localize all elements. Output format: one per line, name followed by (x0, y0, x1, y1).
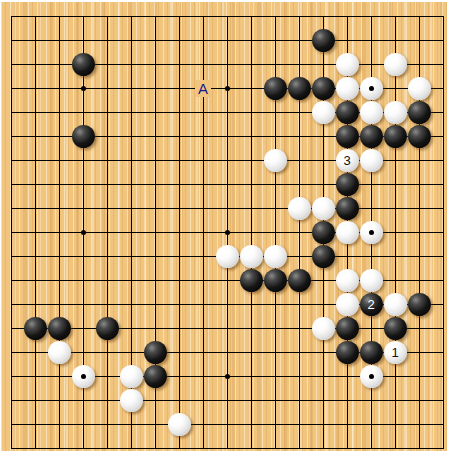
board-point[interactable] (311, 28, 335, 52)
star-point (225, 374, 230, 379)
star-point (81, 374, 86, 379)
white-stone[interactable] (336, 221, 359, 244)
board-point[interactable] (311, 220, 335, 244)
white-stone[interactable] (360, 149, 383, 172)
black-stone[interactable] (336, 197, 359, 220)
board-point[interactable] (239, 268, 263, 292)
board-point[interactable] (383, 292, 407, 316)
board-point[interactable] (143, 364, 167, 388)
white-stone[interactable] (312, 197, 335, 220)
white-stone[interactable] (384, 293, 407, 316)
board-point[interactable] (287, 268, 311, 292)
white-stone[interactable] (288, 197, 311, 220)
board-point[interactable] (407, 76, 431, 100)
black-stone[interactable] (264, 77, 287, 100)
board-point[interactable] (335, 124, 359, 148)
black-stone[interactable] (384, 317, 407, 340)
star-point (369, 230, 374, 235)
black-stone[interactable] (144, 365, 167, 388)
black-stone[interactable] (264, 269, 287, 292)
board-point[interactable] (383, 100, 407, 124)
board-point[interactable] (311, 316, 335, 340)
board-point[interactable] (263, 148, 287, 172)
white-stone[interactable] (360, 101, 383, 124)
board-point[interactable]: 1 (383, 340, 407, 364)
white-stone[interactable] (48, 341, 71, 364)
go-app-page: 321A (0, 0, 455, 459)
move-number-label: 2 (367, 298, 374, 311)
white-stone[interactable] (336, 293, 359, 316)
board-point[interactable] (335, 76, 359, 100)
white-stone[interactable]: 3 (336, 149, 359, 172)
white-stone[interactable] (240, 245, 263, 268)
board-point[interactable] (47, 316, 71, 340)
board-point[interactable] (263, 268, 287, 292)
board-point[interactable] (359, 340, 383, 364)
board-point[interactable] (335, 220, 359, 244)
board-point[interactable] (287, 76, 311, 100)
black-stone[interactable] (384, 125, 407, 148)
point-label-A: A (195, 80, 211, 97)
board-point[interactable] (311, 244, 335, 268)
white-stone[interactable] (384, 53, 407, 76)
board-point[interactable] (359, 268, 383, 292)
black-stone[interactable]: 2 (360, 293, 383, 316)
black-stone[interactable] (312, 221, 335, 244)
black-stone[interactable] (312, 29, 335, 52)
white-stone[interactable] (264, 149, 287, 172)
board-point[interactable]: 2 (359, 292, 383, 316)
board-point[interactable] (167, 412, 191, 436)
board-point[interactable] (335, 196, 359, 220)
board-point[interactable] (335, 340, 359, 364)
black-stone[interactable] (336, 317, 359, 340)
board-point[interactable] (407, 124, 431, 148)
board-point[interactable] (407, 100, 431, 124)
star-point (369, 86, 374, 91)
black-stone[interactable] (48, 317, 71, 340)
white-stone[interactable] (360, 269, 383, 292)
black-stone[interactable] (360, 125, 383, 148)
white-stone[interactable] (312, 317, 335, 340)
board-point[interactable] (335, 172, 359, 196)
black-stone[interactable] (24, 317, 47, 340)
board-point[interactable] (359, 100, 383, 124)
black-stone[interactable] (72, 53, 95, 76)
board-point[interactable] (95, 316, 119, 340)
white-stone[interactable] (408, 77, 431, 100)
move-number-label: 3 (343, 154, 350, 167)
board-point[interactable]: A (191, 76, 215, 100)
black-stone[interactable] (408, 125, 431, 148)
white-stone[interactable]: 1 (384, 341, 407, 364)
board-point[interactable] (47, 340, 71, 364)
white-stone[interactable] (336, 77, 359, 100)
board-point[interactable] (335, 100, 359, 124)
black-stone[interactable] (288, 269, 311, 292)
black-stone[interactable] (408, 101, 431, 124)
black-stone[interactable] (288, 77, 311, 100)
go-board[interactable]: 321A (1, 2, 447, 451)
board-point[interactable] (407, 292, 431, 316)
white-stone[interactable] (312, 101, 335, 124)
board-point[interactable] (383, 124, 407, 148)
board-point[interactable] (263, 244, 287, 268)
board-point[interactable] (335, 52, 359, 76)
move-number-label: 1 (391, 346, 398, 359)
board-point[interactable] (359, 124, 383, 148)
black-stone[interactable] (336, 101, 359, 124)
white-stone[interactable] (384, 101, 407, 124)
board-point[interactable] (239, 244, 263, 268)
board-point[interactable] (335, 268, 359, 292)
board-point[interactable] (215, 244, 239, 268)
star-point (225, 86, 230, 91)
black-stone[interactable] (336, 341, 359, 364)
board-point[interactable] (71, 52, 95, 76)
white-stone[interactable] (336, 269, 359, 292)
board-point[interactable] (311, 100, 335, 124)
black-stone[interactable] (336, 125, 359, 148)
black-stone[interactable] (96, 317, 119, 340)
star-point (81, 86, 86, 91)
white-stone[interactable] (264, 245, 287, 268)
board-point[interactable] (119, 364, 143, 388)
black-stone[interactable] (408, 293, 431, 316)
white-stone[interactable] (336, 53, 359, 76)
board-point[interactable] (311, 76, 335, 100)
star-point (369, 374, 374, 379)
black-stone[interactable] (72, 125, 95, 148)
board-point[interactable]: 3 (335, 148, 359, 172)
board-point[interactable] (71, 124, 95, 148)
star-point (225, 230, 230, 235)
board-point[interactable] (335, 292, 359, 316)
black-stone[interactable] (312, 245, 335, 268)
white-stone[interactable] (120, 365, 143, 388)
black-stone[interactable] (312, 77, 335, 100)
board-point[interactable] (335, 316, 359, 340)
white-stone[interactable] (216, 245, 239, 268)
board-point[interactable] (383, 316, 407, 340)
black-stone[interactable] (360, 341, 383, 364)
board-point[interactable] (23, 316, 47, 340)
board-point[interactable] (311, 196, 335, 220)
board-point[interactable] (263, 76, 287, 100)
star-point (81, 230, 86, 235)
board-point[interactable] (287, 196, 311, 220)
board-point[interactable] (383, 52, 407, 76)
white-stone[interactable] (168, 413, 191, 436)
black-stone[interactable] (240, 269, 263, 292)
black-stone[interactable] (144, 341, 167, 364)
white-stone[interactable] (120, 389, 143, 412)
board-point[interactable] (143, 340, 167, 364)
board-point[interactable] (359, 148, 383, 172)
black-stone[interactable] (336, 173, 359, 196)
board-point[interactable] (119, 388, 143, 412)
